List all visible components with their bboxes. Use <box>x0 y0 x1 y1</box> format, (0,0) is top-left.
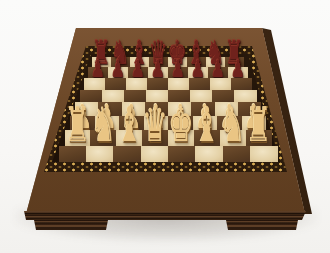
square-f2: ♝ <box>194 130 220 146</box>
square-h5 <box>234 90 256 103</box>
square-c4 <box>122 102 145 116</box>
board-rank-4 <box>75 102 261 116</box>
square-d3: ♟ <box>144 116 169 131</box>
square-e2: ♚ <box>168 130 194 146</box>
square-e6 <box>168 78 189 90</box>
square-c6 <box>126 78 147 90</box>
square-g7: ♟ <box>208 67 228 78</box>
board-rank-3: ♟♟♟♟♟♟♟♟ <box>70 116 266 131</box>
square-e8: ♚ <box>168 57 187 67</box>
square-b5 <box>102 90 124 103</box>
square-b6 <box>105 78 126 90</box>
square-a1 <box>59 146 86 163</box>
square-e5 <box>168 90 190 103</box>
square-c8: ♝ <box>130 57 149 67</box>
square-g6 <box>210 78 231 90</box>
square-c1 <box>113 146 140 163</box>
square-f6 <box>189 78 210 90</box>
square-e1 <box>168 146 195 163</box>
square-b3: ♟ <box>95 116 120 131</box>
square-d1 <box>141 146 168 163</box>
square-d2: ♛ <box>142 130 168 146</box>
square-a6 <box>84 78 105 90</box>
square-b2: ♞ <box>90 130 116 146</box>
board-rank-5 <box>80 90 257 103</box>
square-h8: ♜ <box>225 57 244 67</box>
square-h3: ♟ <box>242 116 267 131</box>
square-f7: ♟ <box>188 67 208 78</box>
square-h2: ♜ <box>246 130 272 146</box>
square-h7: ♟ <box>228 67 248 78</box>
square-h6 <box>231 78 252 90</box>
square-d6 <box>147 78 168 90</box>
square-h4 <box>238 102 261 116</box>
square-e7: ♟ <box>168 67 188 78</box>
board-rank-2: ♜♞♝♛♚♝♞♜ <box>65 130 272 146</box>
chess-board: ♜♞♝♛♚♝♞♜♟♟♟♟♟♟♟♟♟♟♟♟♟♟♟♟♜♞♝♛♚♝♞♜ <box>3 57 330 162</box>
square-d7: ♟ <box>148 67 168 78</box>
square-a3: ♟ <box>70 116 95 131</box>
square-d5 <box>146 90 168 103</box>
square-c7: ♟ <box>128 67 148 78</box>
square-a5 <box>80 90 102 103</box>
square-e3: ♟ <box>168 116 193 131</box>
board-rank-6 <box>84 78 252 90</box>
chess-set-photo: ♜♞♝♛♚♝♞♜♟♟♟♟♟♟♟♟♟♟♟♟♟♟♟♟♜♞♝♛♚♝♞♜ <box>0 0 330 253</box>
square-a7: ♟ <box>88 67 108 78</box>
square-g5 <box>212 90 234 103</box>
square-e4 <box>168 102 191 116</box>
board-rank-7: ♟♟♟♟♟♟♟♟ <box>88 67 248 78</box>
square-d8: ♛ <box>149 57 168 67</box>
board-rank-1 <box>59 146 278 163</box>
square-b1 <box>86 146 113 163</box>
square-g4 <box>215 102 238 116</box>
square-b4 <box>98 102 121 116</box>
square-g2: ♞ <box>220 130 246 146</box>
square-c3: ♟ <box>119 116 144 131</box>
square-a2: ♜ <box>65 130 91 146</box>
square-g1 <box>223 146 250 163</box>
square-g8: ♞ <box>206 57 225 67</box>
square-c5 <box>124 90 146 103</box>
square-a8: ♜ <box>92 57 111 67</box>
square-b8: ♞ <box>111 57 130 67</box>
square-b7: ♟ <box>108 67 128 78</box>
square-f3: ♟ <box>193 116 218 131</box>
square-f1 <box>195 146 222 163</box>
square-f8: ♝ <box>187 57 206 67</box>
square-d4 <box>145 102 168 116</box>
square-h1 <box>250 146 277 163</box>
square-a4 <box>75 102 98 116</box>
square-f5 <box>190 90 212 103</box>
square-c2: ♝ <box>116 130 142 146</box>
square-f4 <box>191 102 214 116</box>
board-rank-8: ♜♞♝♛♚♝♞♜ <box>92 57 244 67</box>
square-g3: ♟ <box>217 116 242 131</box>
